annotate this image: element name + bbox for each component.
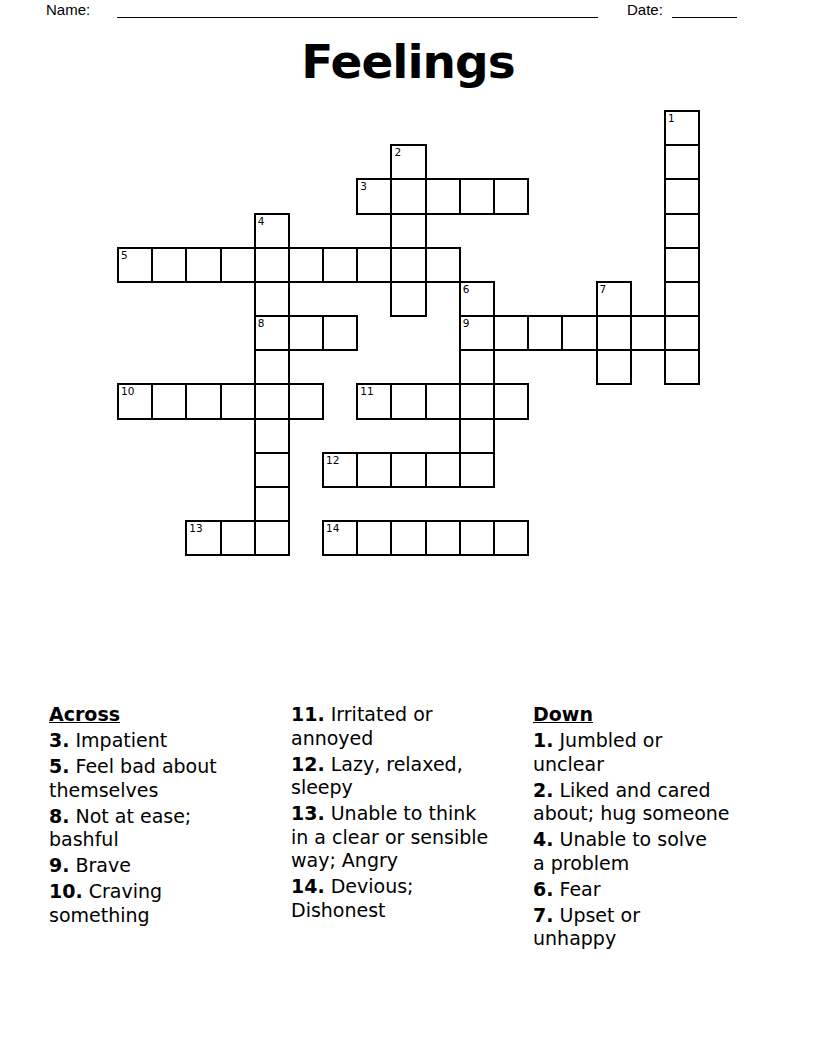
clue: 9. Brave xyxy=(49,854,281,878)
grid-cell[interactable]: 5 xyxy=(117,247,153,283)
clue-number-label: 13 xyxy=(189,522,202,534)
grid-cell[interactable] xyxy=(185,383,221,419)
clue-column: 11. Irritated or annoyed12. Lazy, relaxe… xyxy=(291,703,523,925)
grid-cell[interactable] xyxy=(664,144,700,180)
grid-cell[interactable] xyxy=(459,520,495,556)
grid-cell[interactable] xyxy=(254,418,290,454)
grid-cell[interactable]: 3 xyxy=(356,178,392,214)
clue: 1. Jumbled or unclear xyxy=(533,729,765,776)
crossword-worksheet-page: { "game": "crossword", "title": "Feeling… xyxy=(0,0,816,1056)
clue: 5. Feel bad about themselves xyxy=(49,755,281,802)
clue-number-label: 8 xyxy=(258,317,265,329)
grid-cell[interactable] xyxy=(493,520,529,556)
clue-number-label: 7 xyxy=(600,283,607,295)
clue: 7. Upset or unhappy xyxy=(533,904,765,951)
grid-cell[interactable] xyxy=(254,452,290,488)
clue-number: 13. xyxy=(291,802,325,824)
clue-number-label: 5 xyxy=(121,249,128,261)
grid-cell[interactable] xyxy=(425,452,461,488)
grid-cell[interactable] xyxy=(459,178,495,214)
clue: 14. Devious; Dishonest xyxy=(291,875,523,922)
grid-cell[interactable] xyxy=(630,315,666,351)
clue-text: Jumbled or unclear xyxy=(533,729,662,775)
clue-number-label: 12 xyxy=(326,454,339,466)
clue-number-label: 11 xyxy=(360,385,373,397)
grid-cell[interactable] xyxy=(322,247,358,283)
clue-text: Unable to solve a problem xyxy=(533,828,707,874)
clue: 10. Craving something xyxy=(49,880,281,927)
clue-number: 2. xyxy=(533,779,553,801)
clue-number: 11. xyxy=(291,703,325,725)
grid-cell[interactable] xyxy=(356,247,392,283)
grid-cell[interactable] xyxy=(390,247,426,283)
grid-cell[interactable] xyxy=(254,349,290,385)
grid-cell[interactable] xyxy=(425,383,461,419)
clue-number: 12. xyxy=(291,753,325,775)
grid-cell[interactable] xyxy=(596,349,632,385)
grid-cell[interactable]: 12 xyxy=(322,452,358,488)
grid-cell[interactable] xyxy=(561,315,597,351)
clue-text: Liked and cared about; hug someone xyxy=(533,779,730,825)
grid-cell[interactable] xyxy=(390,178,426,214)
clue-text: Not at ease; bashful xyxy=(49,805,191,851)
grid-cell[interactable]: 14 xyxy=(322,520,358,556)
date-label: Date: xyxy=(627,1,663,19)
grid-cell[interactable] xyxy=(288,315,324,351)
grid-cell[interactable] xyxy=(220,247,256,283)
clue-number-label: 9 xyxy=(463,317,470,329)
grid-cell[interactable] xyxy=(425,247,461,283)
grid-cell[interactable] xyxy=(185,247,221,283)
clue-number: 10. xyxy=(49,880,83,902)
grid-cell[interactable] xyxy=(390,383,426,419)
clue-number-label: 3 xyxy=(360,180,367,192)
clue-number-label: 1 xyxy=(668,112,675,124)
grid-cell[interactable] xyxy=(664,247,700,283)
grid-cell[interactable]: 9 xyxy=(459,315,495,351)
grid-cell[interactable]: 13 xyxy=(185,520,221,556)
clue: 8. Not at ease; bashful xyxy=(49,805,281,852)
clue: 3. Impatient xyxy=(49,729,281,753)
clue: 12. Lazy, relaxed, sleepy xyxy=(291,753,523,800)
clue-column: Across3. Impatient5. Feel bad about them… xyxy=(49,703,281,930)
grid-cell[interactable] xyxy=(596,315,632,351)
grid-cell[interactable] xyxy=(322,315,358,351)
grid-cell[interactable] xyxy=(288,247,324,283)
grid-cell[interactable]: 10 xyxy=(117,383,153,419)
clue-number: 6. xyxy=(533,878,553,900)
grid-cell[interactable] xyxy=(664,213,700,249)
clue-number: 8. xyxy=(49,805,69,827)
name-label: Name: xyxy=(46,1,90,19)
grid-cell[interactable] xyxy=(459,452,495,488)
grid-cell[interactable] xyxy=(390,452,426,488)
grid-cell[interactable] xyxy=(151,383,187,419)
grid-cell[interactable] xyxy=(459,383,495,419)
page-title: Feelings xyxy=(0,38,816,85)
grid-cell[interactable] xyxy=(288,383,324,419)
grid-cell[interactable]: 6 xyxy=(459,281,495,317)
grid-cell[interactable] xyxy=(254,247,290,283)
grid-cell[interactable] xyxy=(459,418,495,454)
grid-cell[interactable] xyxy=(356,452,392,488)
clues-heading-across: Across xyxy=(49,703,281,727)
clue-number-label: 14 xyxy=(326,522,339,534)
clue-number-label: 2 xyxy=(394,146,401,158)
clue-number-label: 6 xyxy=(463,283,470,295)
grid-cell[interactable] xyxy=(254,383,290,419)
grid-cell[interactable] xyxy=(356,520,392,556)
clue: 4. Unable to solve a problem xyxy=(533,828,765,875)
grid-cell[interactable] xyxy=(390,520,426,556)
grid-cell[interactable] xyxy=(493,383,529,419)
clue-text: Fear xyxy=(553,878,600,900)
grid-cell[interactable] xyxy=(664,315,700,351)
clue: 11. Irritated or annoyed xyxy=(291,703,523,750)
date-blank-line[interactable] xyxy=(672,16,737,18)
grid-cell[interactable] xyxy=(390,213,426,249)
name-blank-line[interactable] xyxy=(117,16,598,18)
grid-cell[interactable] xyxy=(493,178,529,214)
clue-number-label: 4 xyxy=(258,215,265,227)
grid-cell[interactable]: 7 xyxy=(596,281,632,317)
clue-number: 4. xyxy=(533,828,553,850)
grid-cell[interactable] xyxy=(425,520,461,556)
grid-cell[interactable] xyxy=(459,349,495,385)
clue-number: 3. xyxy=(49,729,69,751)
grid-cell[interactable] xyxy=(390,281,426,317)
clue-number: 1. xyxy=(533,729,553,751)
clues-heading-down: Down xyxy=(533,703,765,727)
clue: 2. Liked and cared about; hug someone xyxy=(533,779,765,826)
grid-cell[interactable]: 8 xyxy=(254,315,290,351)
grid-cell[interactable]: 11 xyxy=(356,383,392,419)
clue-number: 9. xyxy=(49,854,69,876)
grid-cell[interactable]: 1 xyxy=(664,110,700,146)
grid-cell[interactable] xyxy=(664,178,700,214)
grid-cell[interactable] xyxy=(527,315,563,351)
grid-cell[interactable]: 2 xyxy=(390,144,426,180)
grid-cell[interactable] xyxy=(664,281,700,317)
grid-cell[interactable] xyxy=(664,349,700,385)
clue: 6. Fear xyxy=(533,878,765,902)
grid-cell[interactable] xyxy=(254,520,290,556)
grid-cell[interactable]: 4 xyxy=(254,213,290,249)
clue-number-label: 10 xyxy=(121,385,134,397)
clue-column: Down1. Jumbled or unclear2. Liked and ca… xyxy=(533,703,765,953)
clue-text: Brave xyxy=(69,854,130,876)
grid-cell[interactable] xyxy=(220,383,256,419)
clue-text: Feel bad about themselves xyxy=(49,755,217,801)
clue-number: 7. xyxy=(533,904,553,926)
grid-cell[interactable] xyxy=(254,486,290,522)
grid-cell[interactable] xyxy=(220,520,256,556)
grid-cell[interactable] xyxy=(425,178,461,214)
grid-cell[interactable] xyxy=(254,281,290,317)
clue-number: 5. xyxy=(49,755,69,777)
clue-number: 14. xyxy=(291,875,325,897)
clue: 13. Unable to think in a clear or sensib… xyxy=(291,802,523,873)
grid-cell[interactable] xyxy=(493,315,529,351)
clue-text: Impatient xyxy=(69,729,167,751)
grid-cell[interactable] xyxy=(151,247,187,283)
